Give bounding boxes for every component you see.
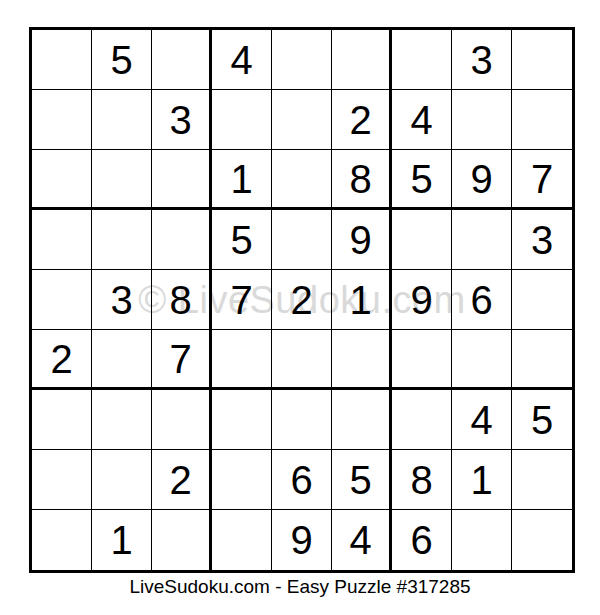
cell-r1c1[interactable] xyxy=(32,30,92,90)
cell-r7c9: 5 xyxy=(512,390,572,450)
cell-r1c3[interactable] xyxy=(152,30,212,90)
cell-r2c8[interactable] xyxy=(452,90,512,150)
cell-r4c7[interactable] xyxy=(392,210,452,270)
puzzle-caption: LiveSudoku.com - Easy Puzzle #317285 xyxy=(0,576,600,598)
cell-r7c3[interactable] xyxy=(152,390,212,450)
cell-r8c5: 6 xyxy=(272,450,332,510)
cell-r5c8: 6 xyxy=(452,270,512,330)
cell-r4c6: 9 xyxy=(332,210,392,270)
cell-r7c4[interactable] xyxy=(212,390,272,450)
cell-r3c3[interactable] xyxy=(152,150,212,210)
cell-r6c4[interactable] xyxy=(212,330,272,390)
cell-r2c7: 4 xyxy=(392,90,452,150)
cell-r2c5[interactable] xyxy=(272,90,332,150)
cell-r1c4: 4 xyxy=(212,30,272,90)
cell-r1c7[interactable] xyxy=(392,30,452,90)
cell-r2c6: 2 xyxy=(332,90,392,150)
cell-r6c9[interactable] xyxy=(512,330,572,390)
cell-r4c3[interactable] xyxy=(152,210,212,270)
cell-r9c2: 1 xyxy=(92,510,152,570)
cell-r7c7[interactable] xyxy=(392,390,452,450)
cell-r7c5[interactable] xyxy=(272,390,332,450)
cell-r5c4: 7 xyxy=(212,270,272,330)
cell-r1c9[interactable] xyxy=(512,30,572,90)
cell-r5c7: 9 xyxy=(392,270,452,330)
cell-r2c3: 3 xyxy=(152,90,212,150)
cell-r9c1[interactable] xyxy=(32,510,92,570)
cell-r4c8[interactable] xyxy=(452,210,512,270)
cell-r1c5[interactable] xyxy=(272,30,332,90)
cell-r8c6: 5 xyxy=(332,450,392,510)
cell-r3c2[interactable] xyxy=(92,150,152,210)
cell-r8c4[interactable] xyxy=(212,450,272,510)
cell-r7c8: 4 xyxy=(452,390,512,450)
cell-r3c5[interactable] xyxy=(272,150,332,210)
cell-r7c2[interactable] xyxy=(92,390,152,450)
cell-r4c1[interactable] xyxy=(32,210,92,270)
cell-r9c9[interactable] xyxy=(512,510,572,570)
cell-r8c9[interactable] xyxy=(512,450,572,510)
cell-r1c6[interactable] xyxy=(332,30,392,90)
cell-r6c7[interactable] xyxy=(392,330,452,390)
cell-r2c2[interactable] xyxy=(92,90,152,150)
cell-r9c5: 9 xyxy=(272,510,332,570)
cell-r9c3[interactable] xyxy=(152,510,212,570)
cell-r8c2[interactable] xyxy=(92,450,152,510)
cell-r5c1[interactable] xyxy=(32,270,92,330)
cell-r4c5[interactable] xyxy=(272,210,332,270)
cell-r2c4[interactable] xyxy=(212,90,272,150)
cell-r8c7: 8 xyxy=(392,450,452,510)
cell-r5c3: 8 xyxy=(152,270,212,330)
cell-r2c1[interactable] xyxy=(32,90,92,150)
cell-r5c9[interactable] xyxy=(512,270,572,330)
sudoku-page: © LiveSudoku.com 54332418597593387219627… xyxy=(0,0,600,615)
cell-r4c4: 5 xyxy=(212,210,272,270)
cell-r3c1[interactable] xyxy=(32,150,92,210)
cell-r9c6: 4 xyxy=(332,510,392,570)
cell-r6c1: 2 xyxy=(32,330,92,390)
cell-r6c5[interactable] xyxy=(272,330,332,390)
cell-r7c6[interactable] xyxy=(332,390,392,450)
cell-r4c9: 3 xyxy=(512,210,572,270)
cell-r1c8: 3 xyxy=(452,30,512,90)
cell-r3c7: 5 xyxy=(392,150,452,210)
sudoku-board: © LiveSudoku.com 54332418597593387219627… xyxy=(29,27,575,573)
cell-r3c9: 7 xyxy=(512,150,572,210)
cell-r3c4: 1 xyxy=(212,150,272,210)
cell-r5c6: 1 xyxy=(332,270,392,330)
cell-r6c8[interactable] xyxy=(452,330,512,390)
cell-r5c5: 2 xyxy=(272,270,332,330)
cell-r8c3: 2 xyxy=(152,450,212,510)
cell-r9c4[interactable] xyxy=(212,510,272,570)
cell-r6c2[interactable] xyxy=(92,330,152,390)
cell-r8c8: 1 xyxy=(452,450,512,510)
cell-r5c2: 3 xyxy=(92,270,152,330)
cell-r1c2: 5 xyxy=(92,30,152,90)
cell-r4c2[interactable] xyxy=(92,210,152,270)
cell-r3c8: 9 xyxy=(452,150,512,210)
cell-r9c7: 6 xyxy=(392,510,452,570)
cell-r2c9[interactable] xyxy=(512,90,572,150)
cell-r9c8[interactable] xyxy=(452,510,512,570)
cell-r3c6: 8 xyxy=(332,150,392,210)
cell-r7c1[interactable] xyxy=(32,390,92,450)
cell-r8c1[interactable] xyxy=(32,450,92,510)
cell-r6c6[interactable] xyxy=(332,330,392,390)
cell-r6c3: 7 xyxy=(152,330,212,390)
